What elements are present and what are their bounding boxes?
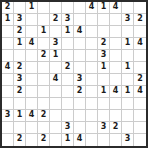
- clue-cell-r5c5: 1: [50, 50, 62, 62]
- clue-cell-r3c2: 2: [14, 26, 26, 38]
- empty-cell-r9c5[interactable]: [50, 98, 62, 110]
- clue-cell-r1c10: 4: [110, 2, 122, 14]
- empty-cell-r7c8[interactable]: [86, 74, 98, 86]
- empty-cell-r10c11[interactable]: [122, 110, 134, 122]
- empty-cell-r5c11[interactable]: [122, 50, 134, 62]
- empty-cell-r7c4[interactable]: [38, 74, 50, 86]
- clue-cell-r2c6: 3: [62, 14, 74, 26]
- empty-cell-r11c3[interactable]: [26, 122, 38, 134]
- empty-cell-r1c11[interactable]: [122, 2, 134, 14]
- empty-cell-r12c12[interactable]: [134, 134, 146, 146]
- clue-cell-r7c12: 2: [134, 74, 146, 86]
- clue-cell-r8c2: 2: [14, 86, 26, 98]
- puzzle-board: 2141413233221141432142134221134322214143…: [0, 0, 148, 148]
- clue-cell-r6c9: 1: [98, 62, 110, 74]
- clue-cell-r11c6: 3: [62, 122, 74, 134]
- empty-cell-r5c2[interactable]: [14, 50, 26, 62]
- empty-cell-r10c9[interactable]: [98, 110, 110, 122]
- clue-cell-r1c3: 1: [26, 2, 38, 14]
- clue-cell-r4c11: 1: [122, 38, 134, 50]
- empty-cell-r10c8[interactable]: [86, 110, 98, 122]
- empty-cell-r1c6[interactable]: [62, 2, 74, 14]
- empty-cell-r10c12[interactable]: [134, 110, 146, 122]
- empty-cell-r11c8[interactable]: [86, 122, 98, 134]
- empty-cell-r2c3[interactable]: [26, 14, 38, 26]
- empty-cell-r1c7[interactable]: [74, 2, 86, 14]
- clue-cell-r2c5: 2: [50, 14, 62, 26]
- empty-cell-r11c5[interactable]: [50, 122, 62, 134]
- empty-cell-r6c4[interactable]: [38, 62, 50, 74]
- clue-cell-r10c3: 4: [26, 110, 38, 122]
- clue-cell-r7c2: 3: [14, 74, 26, 86]
- clue-cell-r8c7: 2: [74, 86, 86, 98]
- empty-cell-r11c1[interactable]: [2, 122, 14, 134]
- empty-cell-r11c4[interactable]: [38, 122, 50, 134]
- empty-cell-r2c4[interactable]: [38, 14, 50, 26]
- clue-cell-r1c9: 1: [98, 2, 110, 14]
- clue-cell-r5c4: 2: [38, 50, 50, 62]
- empty-cell-r10c7[interactable]: [74, 110, 86, 122]
- clue-cell-r2c1: 1: [2, 14, 14, 26]
- empty-cell-r9c3[interactable]: [26, 98, 38, 110]
- clue-cell-r4c5: 3: [50, 38, 62, 50]
- empty-cell-r9c8[interactable]: [86, 98, 98, 110]
- clue-cell-r8c11: 1: [122, 86, 134, 98]
- empty-cell-r9c11[interactable]: [122, 98, 134, 110]
- empty-cell-r3c11[interactable]: [122, 26, 134, 38]
- empty-cell-r1c5[interactable]: [50, 2, 62, 14]
- empty-cell-r4c8[interactable]: [86, 38, 98, 50]
- empty-cell-r2c8[interactable]: [86, 14, 98, 26]
- empty-cell-r6c12[interactable]: [134, 62, 146, 74]
- empty-cell-r3c3[interactable]: [26, 26, 38, 38]
- empty-cell-r2c7[interactable]: [74, 14, 86, 26]
- empty-cell-r7c10[interactable]: [110, 74, 122, 86]
- empty-cell-r8c1[interactable]: [2, 86, 14, 98]
- empty-cell-r8c4[interactable]: [38, 86, 50, 98]
- empty-cell-r4c6[interactable]: [62, 38, 74, 50]
- clue-cell-r12c11: 3: [122, 134, 134, 146]
- empty-cell-r11c12[interactable]: [134, 122, 146, 134]
- empty-cell-r8c8[interactable]: [86, 86, 98, 98]
- clue-cell-r4c9: 2: [98, 38, 110, 50]
- empty-cell-r5c7[interactable]: [74, 50, 86, 62]
- clue-cell-r12c6: 1: [62, 134, 74, 146]
- empty-cell-r1c2[interactable]: [14, 2, 26, 14]
- empty-cell-r9c7[interactable]: [74, 98, 86, 110]
- empty-cell-r6c3[interactable]: [26, 62, 38, 74]
- clue-cell-r11c9: 3: [98, 122, 110, 134]
- empty-cell-r3c5[interactable]: [50, 26, 62, 38]
- empty-cell-r10c10[interactable]: [110, 110, 122, 122]
- clue-cell-r3c7: 4: [74, 26, 86, 38]
- clue-cell-r7c7: 3: [74, 74, 86, 86]
- empty-cell-r3c1[interactable]: [2, 26, 14, 38]
- empty-cell-r9c12[interactable]: [134, 98, 146, 110]
- empty-cell-r7c6[interactable]: [62, 74, 74, 86]
- clue-cell-r2c11: 3: [122, 14, 134, 26]
- empty-cell-r9c1[interactable]: [2, 98, 14, 110]
- clue-cell-r10c2: 1: [14, 110, 26, 122]
- empty-cell-r1c4[interactable]: [38, 2, 50, 14]
- empty-cell-r7c1[interactable]: [2, 74, 14, 86]
- empty-cell-r8c5[interactable]: [50, 86, 62, 98]
- clue-cell-r6c11: 1: [122, 62, 134, 74]
- empty-cell-r9c10[interactable]: [110, 98, 122, 110]
- empty-cell-r9c6[interactable]: [62, 98, 74, 110]
- clue-cell-r6c2: 2: [14, 62, 26, 74]
- clue-cell-r3c6: 1: [62, 26, 74, 38]
- clue-cell-r4c3: 4: [26, 38, 38, 50]
- empty-cell-r12c1[interactable]: [2, 134, 14, 146]
- clue-cell-r7c5: 4: [50, 74, 62, 86]
- empty-cell-r4c7[interactable]: [74, 38, 86, 50]
- clue-cell-r1c8: 4: [86, 2, 98, 14]
- empty-cell-r4c1[interactable]: [2, 38, 14, 50]
- clue-cell-r10c1: 3: [2, 110, 14, 122]
- empty-cell-r5c6[interactable]: [62, 50, 74, 62]
- clue-cell-r3c4: 1: [38, 26, 50, 38]
- empty-cell-r12c9[interactable]: [98, 134, 110, 146]
- empty-cell-r12c8[interactable]: [86, 134, 98, 146]
- empty-cell-r5c10[interactable]: [110, 50, 122, 62]
- empty-cell-r6c8[interactable]: [86, 62, 98, 74]
- empty-cell-r9c4[interactable]: [38, 98, 50, 110]
- empty-cell-r11c7[interactable]: [74, 122, 86, 134]
- clue-cell-r12c7: 4: [74, 134, 86, 146]
- clue-cell-r12c4: 2: [38, 134, 50, 146]
- empty-cell-r9c9[interactable]: [98, 98, 110, 110]
- empty-cell-r2c10[interactable]: [110, 14, 122, 26]
- clue-cell-r8c10: 4: [110, 86, 122, 98]
- empty-cell-r12c3[interactable]: [26, 134, 38, 146]
- empty-cell-r12c5[interactable]: [50, 134, 62, 146]
- clue-cell-r10c4: 2: [38, 110, 50, 122]
- empty-cell-r10c5[interactable]: [50, 110, 62, 122]
- clue-cell-r6c6: 2: [62, 62, 74, 74]
- empty-cell-r4c10[interactable]: [110, 38, 122, 50]
- empty-cell-r7c11[interactable]: [122, 74, 134, 86]
- empty-cell-r4c4[interactable]: [38, 38, 50, 50]
- empty-cell-r5c3[interactable]: [26, 50, 38, 62]
- empty-cell-r3c8[interactable]: [86, 26, 98, 38]
- empty-cell-r2c9[interactable]: [98, 14, 110, 26]
- clue-cell-r6c1: 4: [2, 62, 14, 74]
- empty-cell-r8c6[interactable]: [62, 86, 74, 98]
- empty-cell-r10c6[interactable]: [62, 110, 74, 122]
- empty-cell-r3c9[interactable]: [98, 26, 110, 38]
- clue-cell-r4c2: 1: [14, 38, 26, 50]
- empty-cell-r7c3[interactable]: [26, 74, 38, 86]
- empty-cell-r5c1[interactable]: [2, 50, 14, 62]
- clue-cell-r12c2: 2: [14, 134, 26, 146]
- empty-cell-r3c10[interactable]: [110, 26, 122, 38]
- empty-cell-r12c10[interactable]: [110, 134, 122, 146]
- empty-cell-r3c12[interactable]: [134, 26, 146, 38]
- empty-cell-r8c3[interactable]: [26, 86, 38, 98]
- clue-cell-r11c10: 2: [110, 122, 122, 134]
- empty-cell-r7c9[interactable]: [98, 74, 110, 86]
- clue-cell-r4c12: 4: [134, 38, 146, 50]
- clue-cell-r2c12: 2: [134, 14, 146, 26]
- clue-cell-r2c2: 3: [14, 14, 26, 26]
- empty-cell-r5c8[interactable]: [86, 50, 98, 62]
- clue-cell-r5c9: 3: [98, 50, 110, 62]
- empty-cell-r6c10[interactable]: [110, 62, 122, 74]
- empty-cell-r5c12[interactable]: [134, 50, 146, 62]
- empty-cell-r6c7[interactable]: [74, 62, 86, 74]
- clue-cell-r8c12: 4: [134, 86, 146, 98]
- empty-cell-r6c5[interactable]: [50, 62, 62, 74]
- clue-cell-r8c9: 1: [98, 86, 110, 98]
- empty-cell-r1c12[interactable]: [134, 2, 146, 14]
- empty-cell-r11c11[interactable]: [122, 122, 134, 134]
- empty-cell-r11c2[interactable]: [14, 122, 26, 134]
- empty-cell-r9c2[interactable]: [14, 98, 26, 110]
- clue-cell-r1c1: 2: [2, 2, 14, 14]
